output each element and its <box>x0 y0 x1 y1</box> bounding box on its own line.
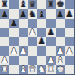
square-f7[interactable] <box>46 9 55 18</box>
piece-white-queen: ♛ <box>29 65 37 74</box>
square-c7[interactable]: ♟ <box>19 9 28 18</box>
square-e5[interactable] <box>37 28 46 37</box>
square-d5[interactable]: ♟ <box>28 28 37 37</box>
square-h7[interactable]: ♟ <box>65 9 74 18</box>
piece-black-pawn: ♟ <box>47 28 55 37</box>
square-a5[interactable] <box>0 28 9 37</box>
piece-black-pawn: ♟ <box>38 37 46 46</box>
piece-white-pawn: ♟ <box>66 46 74 55</box>
square-a8[interactable]: ♜ <box>0 0 9 9</box>
square-d3[interactable] <box>28 46 37 55</box>
piece-black-pawn: ♟ <box>56 9 64 18</box>
square-c8[interactable]: ♝ <box>19 0 28 9</box>
piece-black-queen: ♛ <box>29 0 37 9</box>
square-b5[interactable] <box>9 28 18 37</box>
square-g4[interactable] <box>56 37 65 46</box>
square-h5[interactable] <box>65 28 74 37</box>
square-h3[interactable]: ♟ <box>65 46 74 55</box>
square-b2[interactable] <box>9 56 18 65</box>
square-f8[interactable]: ♜ <box>46 0 55 9</box>
piece-white-pawn: ♟ <box>29 28 37 37</box>
square-a7[interactable]: ♟ <box>0 9 9 18</box>
square-e8[interactable] <box>37 0 46 9</box>
square-a3[interactable] <box>0 46 9 55</box>
square-g6[interactable] <box>56 19 65 28</box>
square-b6[interactable]: ♟ <box>9 19 18 28</box>
piece-white-pawn: ♟ <box>56 46 64 55</box>
chess-board: ♜♝♛♜♚♟♟♞♝♟♟♟♟♟♟♟♟♟♟♟♟♝♜♝♛♞♜♚ <box>0 0 75 75</box>
square-c1[interactable]: ♝ <box>19 65 28 74</box>
piece-black-pawn: ♟ <box>19 9 27 18</box>
square-c6[interactable] <box>19 19 28 28</box>
square-f5[interactable]: ♟ <box>46 28 55 37</box>
square-h4[interactable] <box>65 37 74 46</box>
square-a2[interactable]: ♟ <box>0 56 9 65</box>
square-h6[interactable] <box>65 19 74 28</box>
piece-white-pawn: ♟ <box>1 56 9 65</box>
square-f2[interactable]: ♟ <box>46 56 55 65</box>
square-f4[interactable] <box>46 37 55 46</box>
square-h1[interactable] <box>65 65 74 74</box>
piece-white-pawn: ♟ <box>10 46 18 55</box>
square-b7[interactable] <box>9 9 18 18</box>
piece-white-king: ♚ <box>56 65 64 74</box>
piece-black-pawn: ♟ <box>1 9 9 18</box>
piece-white-rook: ♜ <box>1 65 9 74</box>
square-g3[interactable]: ♟ <box>56 46 65 55</box>
square-d7[interactable]: ♞ <box>28 9 37 18</box>
square-e7[interactable]: ♝ <box>37 9 46 18</box>
square-b4[interactable] <box>9 37 18 46</box>
square-d8[interactable]: ♛ <box>28 0 37 9</box>
square-c5[interactable] <box>19 28 28 37</box>
piece-black-rook: ♜ <box>47 0 55 9</box>
square-e4[interactable]: ♟ <box>37 37 46 46</box>
square-e6[interactable] <box>37 19 46 28</box>
piece-black-pawn: ♟ <box>66 9 74 18</box>
piece-white-pawn: ♟ <box>19 46 27 55</box>
square-e3[interactable] <box>37 46 46 55</box>
square-d1[interactable]: ♛ <box>28 65 37 74</box>
piece-white-bishop: ♝ <box>19 65 27 74</box>
square-b1[interactable] <box>9 65 18 74</box>
square-a4[interactable] <box>0 37 9 46</box>
square-d2[interactable] <box>28 56 37 65</box>
square-h2[interactable] <box>65 56 74 65</box>
square-c2[interactable] <box>19 56 28 65</box>
square-f6[interactable] <box>46 19 55 28</box>
square-g7[interactable]: ♟ <box>56 9 65 18</box>
square-d4[interactable] <box>28 37 37 46</box>
square-c3[interactable]: ♟ <box>19 46 28 55</box>
piece-black-knight: ♞ <box>29 9 37 18</box>
piece-black-king: ♚ <box>56 0 64 9</box>
square-a6[interactable] <box>0 19 9 28</box>
piece-white-bishop: ♝ <box>56 56 64 65</box>
square-g2[interactable]: ♝ <box>56 56 65 65</box>
square-e1[interactable]: ♞ <box>37 65 46 74</box>
piece-white-pawn: ♟ <box>47 56 55 65</box>
square-b3[interactable]: ♟ <box>9 46 18 55</box>
square-f1[interactable]: ♜ <box>46 65 55 74</box>
square-f3[interactable] <box>46 46 55 55</box>
square-a1[interactable]: ♜ <box>0 65 9 74</box>
square-g1[interactable]: ♚ <box>56 65 65 74</box>
piece-black-pawn: ♟ <box>10 19 18 28</box>
piece-white-rook: ♜ <box>47 65 55 74</box>
piece-black-rook: ♜ <box>1 0 9 9</box>
square-g8[interactable]: ♚ <box>56 0 65 9</box>
square-b8[interactable] <box>9 0 18 9</box>
square-e2[interactable] <box>37 56 46 65</box>
piece-black-bishop: ♝ <box>38 9 46 18</box>
square-d6[interactable] <box>28 19 37 28</box>
piece-white-knight: ♞ <box>38 65 46 74</box>
square-g5[interactable] <box>56 28 65 37</box>
square-h8[interactable] <box>65 0 74 9</box>
square-c4[interactable] <box>19 37 28 46</box>
piece-black-bishop: ♝ <box>19 0 27 9</box>
